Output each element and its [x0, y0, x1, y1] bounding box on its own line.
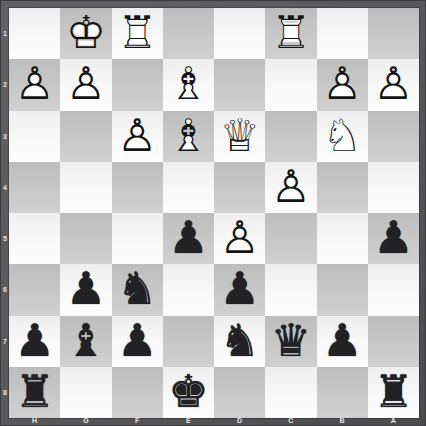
- square-a1[interactable]: [368, 8, 419, 59]
- square-f5[interactable]: [112, 213, 163, 264]
- square-c7[interactable]: ♛: [265, 316, 316, 367]
- square-b1[interactable]: [317, 8, 368, 59]
- square-b8[interactable]: [317, 367, 368, 418]
- square-h3[interactable]: [9, 111, 60, 162]
- square-g7[interactable]: ♝: [60, 316, 111, 367]
- square-a3[interactable]: [368, 111, 419, 162]
- white-pawn-g2[interactable]: ♟♙: [60, 59, 111, 110]
- square-a5[interactable]: ♟: [368, 213, 419, 264]
- file-label-e: E: [163, 416, 214, 425]
- piece-outline-glyph: ♙: [9, 59, 60, 110]
- white-rook-f1[interactable]: ♜♖: [112, 8, 163, 59]
- square-b4[interactable]: [317, 162, 368, 213]
- square-c8[interactable]: [265, 367, 316, 418]
- rank-label-7: 7: [1, 316, 9, 367]
- piece-outline-glyph: ♙: [265, 162, 316, 213]
- square-d8[interactable]: [214, 367, 265, 418]
- square-g2[interactable]: ♟♙: [60, 59, 111, 110]
- square-b3[interactable]: ♞♘: [317, 111, 368, 162]
- white-pawn-b2[interactable]: ♟♙: [317, 59, 368, 110]
- piece-outline-glyph: ♖: [265, 8, 316, 59]
- square-f8[interactable]: [112, 367, 163, 418]
- square-c5[interactable]: [265, 213, 316, 264]
- square-c2[interactable]: [265, 59, 316, 110]
- square-h7[interactable]: ♟: [9, 316, 60, 367]
- square-g3[interactable]: [60, 111, 111, 162]
- rank-label-1: 1: [1, 8, 9, 59]
- rank-label-3: 3: [1, 111, 9, 162]
- square-c4[interactable]: ♟♙: [265, 162, 316, 213]
- square-e5[interactable]: ♟: [163, 213, 214, 264]
- square-f7[interactable]: ♟: [112, 316, 163, 367]
- piece-glyph: ♟: [9, 316, 60, 367]
- black-pawn-e5[interactable]: ♟: [163, 213, 214, 264]
- black-pawn-a5[interactable]: ♟: [368, 213, 419, 264]
- rank-label-6: 6: [1, 264, 9, 315]
- square-f6[interactable]: ♞: [112, 264, 163, 315]
- square-e6[interactable]: [163, 264, 214, 315]
- file-label-f: F: [112, 416, 163, 425]
- piece-outline-glyph: ♗: [163, 111, 214, 162]
- black-pawn-g6[interactable]: ♟: [60, 264, 111, 315]
- square-d2[interactable]: [214, 59, 265, 110]
- piece-glyph: ♟: [60, 264, 111, 315]
- piece-glyph: ♛: [265, 316, 316, 367]
- square-f4[interactable]: [112, 162, 163, 213]
- white-pawn-a2[interactable]: ♟♙: [368, 59, 419, 110]
- rank-label-5: 5: [1, 213, 9, 264]
- black-pawn-b7[interactable]: ♟: [317, 316, 368, 367]
- square-e1[interactable]: [163, 8, 214, 59]
- piece-glyph: ♟: [112, 316, 163, 367]
- square-b6[interactable]: [317, 264, 368, 315]
- square-d1[interactable]: [214, 8, 265, 59]
- piece-glyph: ♟: [163, 213, 214, 264]
- piece-glyph: ♟: [317, 316, 368, 367]
- white-king-g1[interactable]: ♚♔: [60, 8, 111, 59]
- rank-label-8: 8: [1, 367, 9, 418]
- square-g8[interactable]: [60, 367, 111, 418]
- rank-label-4: 4: [1, 162, 9, 213]
- piece-outline-glyph: ♙: [60, 59, 111, 110]
- white-queen-d3[interactable]: ♛♕: [214, 111, 265, 162]
- square-g4[interactable]: [60, 162, 111, 213]
- piece-outline-glyph: ♖: [112, 8, 163, 59]
- black-bishop-g7[interactable]: ♝: [60, 316, 111, 367]
- file-label-c: C: [265, 416, 316, 425]
- file-label-h: H: [9, 416, 60, 425]
- white-pawn-f3[interactable]: ♟♙: [112, 111, 163, 162]
- piece-glyph: ♟: [214, 264, 265, 315]
- square-b5[interactable]: [317, 213, 368, 264]
- square-a8[interactable]: ♜: [368, 367, 419, 418]
- square-a6[interactable]: [368, 264, 419, 315]
- piece-glyph: ♜: [368, 367, 419, 418]
- square-d4[interactable]: [214, 162, 265, 213]
- square-g1[interactable]: ♚♔: [60, 8, 111, 59]
- piece-outline-glyph: ♔: [60, 8, 111, 59]
- file-label-d: D: [214, 416, 265, 425]
- piece-outline-glyph: ♙: [317, 59, 368, 110]
- piece-outline-glyph: ♙: [112, 111, 163, 162]
- square-c6[interactable]: [265, 264, 316, 315]
- piece-glyph: ♞: [214, 316, 265, 367]
- square-a7[interactable]: [368, 316, 419, 367]
- square-g5[interactable]: [60, 213, 111, 264]
- square-e7[interactable]: [163, 316, 214, 367]
- white-bishop-e3[interactable]: ♝♗: [163, 111, 214, 162]
- white-knight-b3[interactable]: ♞♘: [317, 111, 368, 162]
- piece-glyph: ♞: [112, 264, 163, 315]
- black-pawn-f7[interactable]: ♟: [112, 316, 163, 367]
- square-c1[interactable]: ♜♖: [265, 8, 316, 59]
- black-rook-h8[interactable]: ♜: [9, 367, 60, 418]
- piece-glyph: ♟: [368, 213, 419, 264]
- square-d6[interactable]: ♟: [214, 264, 265, 315]
- white-rook-c1[interactable]: ♜♖: [265, 8, 316, 59]
- file-label-b: B: [317, 416, 368, 425]
- file-label-g: G: [60, 416, 111, 425]
- square-a2[interactable]: ♟♙: [368, 59, 419, 110]
- square-a4[interactable]: [368, 162, 419, 213]
- black-queen-c7[interactable]: ♛: [265, 316, 316, 367]
- black-king-e8[interactable]: ♚: [163, 367, 214, 418]
- white-pawn-d5[interactable]: ♟♙: [214, 213, 265, 264]
- piece-outline-glyph: ♕: [214, 111, 265, 162]
- square-d3[interactable]: ♛♕: [214, 111, 265, 162]
- black-knight-d7[interactable]: ♞: [214, 316, 265, 367]
- black-knight-f6[interactable]: ♞: [112, 264, 163, 315]
- square-e8[interactable]: ♚: [163, 367, 214, 418]
- board: ♚♔♜♖♜♖♟♙♟♙♝♗♟♙♟♙♟♙♝♗♛♕♞♘♟♙♟♟♙♟♟♞♟♟♝♟♞♛♟♜…: [9, 8, 419, 418]
- piece-glyph: ♝: [60, 316, 111, 367]
- piece-outline-glyph: ♘: [317, 111, 368, 162]
- square-e4[interactable]: [163, 162, 214, 213]
- square-e2[interactable]: ♝♗: [163, 59, 214, 110]
- chess-board-frame: ♚♔♜♖♜♖♟♙♟♙♝♗♟♙♟♙♟♙♝♗♛♕♞♘♟♙♟♟♙♟♟♞♟♟♝♟♞♛♟♜…: [0, 0, 426, 426]
- piece-outline-glyph: ♙: [368, 59, 419, 110]
- black-pawn-d6[interactable]: ♟: [214, 264, 265, 315]
- white-bishop-e2[interactable]: ♝♗: [163, 59, 214, 110]
- square-g6[interactable]: ♟: [60, 264, 111, 315]
- square-f2[interactable]: [112, 59, 163, 110]
- square-e3[interactable]: ♝♗: [163, 111, 214, 162]
- square-h2[interactable]: ♟♙: [9, 59, 60, 110]
- square-c3[interactable]: [265, 111, 316, 162]
- rank-label-2: 2: [1, 59, 9, 110]
- square-h4[interactable]: [9, 162, 60, 213]
- piece-outline-glyph: ♙: [214, 213, 265, 264]
- white-pawn-h2[interactable]: ♟♙: [9, 59, 60, 110]
- square-b2[interactable]: ♟♙: [317, 59, 368, 110]
- square-h1[interactable]: [9, 8, 60, 59]
- square-h8[interactable]: ♜: [9, 367, 60, 418]
- file-label-a: A: [368, 416, 419, 425]
- piece-glyph: ♚: [163, 367, 214, 418]
- white-pawn-c4[interactable]: ♟♙: [265, 162, 316, 213]
- square-b7[interactable]: ♟: [317, 316, 368, 367]
- piece-glyph: ♜: [9, 367, 60, 418]
- square-d5[interactable]: ♟♙: [214, 213, 265, 264]
- piece-outline-glyph: ♗: [163, 59, 214, 110]
- square-d7[interactable]: ♞: [214, 316, 265, 367]
- black-rook-a8[interactable]: ♜: [368, 367, 419, 418]
- black-pawn-h7[interactable]: ♟: [9, 316, 60, 367]
- square-f3[interactable]: ♟♙: [112, 111, 163, 162]
- square-h5[interactable]: [9, 213, 60, 264]
- square-f1[interactable]: ♜♖: [112, 8, 163, 59]
- square-h6[interactable]: [9, 264, 60, 315]
